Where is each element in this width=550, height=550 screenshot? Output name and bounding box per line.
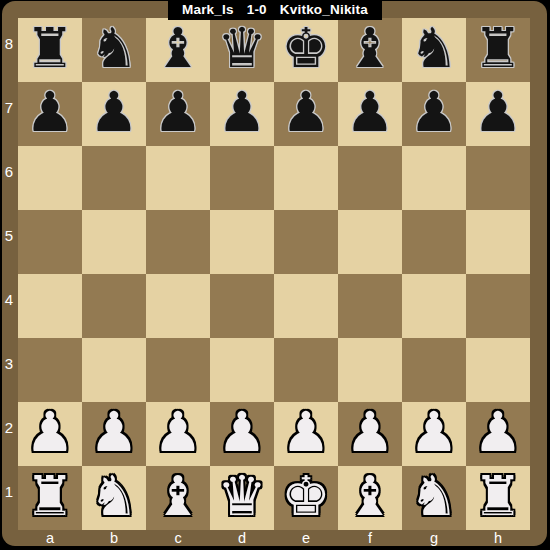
file-label-e: e [274,529,338,546]
black-rook-piece[interactable]: ♜ [473,21,522,76]
square-d5[interactable] [210,210,274,274]
file-label-d: d [210,529,274,546]
white-pawn-piece[interactable]: ♟ [409,405,458,460]
square-f2[interactable]: ♟ [338,402,402,466]
square-g5[interactable] [402,210,466,274]
square-c5[interactable] [146,210,210,274]
white-pawn-piece[interactable]: ♟ [153,405,202,460]
black-king-piece[interactable]: ♚ [281,21,330,76]
file-labels: abcdefgh [18,529,530,546]
square-c8[interactable]: ♝ [146,18,210,82]
black-player-name: Kvitko_Nikita [280,2,368,17]
square-g7[interactable]: ♟ [402,82,466,146]
white-knight-piece[interactable]: ♞ [89,469,138,524]
white-pawn-piece[interactable]: ♟ [281,405,330,460]
square-d8[interactable]: ♛ [210,18,274,82]
square-h8[interactable]: ♜ [466,18,530,82]
square-f5[interactable] [338,210,402,274]
rank-label-6: 6 [0,146,18,210]
square-e2[interactable]: ♟ [274,402,338,466]
black-pawn-piece[interactable]: ♟ [345,85,394,140]
square-c3[interactable] [146,338,210,402]
black-pawn-piece[interactable]: ♟ [153,85,202,140]
square-g8[interactable]: ♞ [402,18,466,82]
square-b1[interactable]: ♞ [82,466,146,530]
file-label-b: b [82,529,146,546]
square-e6[interactable] [274,146,338,210]
square-d3[interactable] [210,338,274,402]
square-b4[interactable] [82,274,146,338]
square-h7[interactable]: ♟ [466,82,530,146]
white-pawn-piece[interactable]: ♟ [89,405,138,460]
square-h2[interactable]: ♟ [466,402,530,466]
square-g3[interactable] [402,338,466,402]
square-d1[interactable]: ♛ [210,466,274,530]
square-b8[interactable]: ♞ [82,18,146,82]
square-f8[interactable]: ♝ [338,18,402,82]
square-h6[interactable] [466,146,530,210]
square-e4[interactable] [274,274,338,338]
black-pawn-piece[interactable]: ♟ [25,85,74,140]
square-b2[interactable]: ♟ [82,402,146,466]
game-result: 1-0 [247,2,267,17]
square-e7[interactable]: ♟ [274,82,338,146]
black-pawn-piece[interactable]: ♟ [217,85,266,140]
square-b6[interactable] [82,146,146,210]
white-pawn-piece[interactable]: ♟ [217,405,266,460]
square-f1[interactable]: ♝ [338,466,402,530]
square-b7[interactable]: ♟ [82,82,146,146]
white-bishop-piece[interactable]: ♝ [153,469,202,524]
rank-label-1: 1 [0,466,18,530]
square-c4[interactable] [146,274,210,338]
black-bishop-piece[interactable]: ♝ [345,21,394,76]
black-rook-piece[interactable]: ♜ [25,21,74,76]
black-knight-piece[interactable]: ♞ [409,21,458,76]
white-queen-piece[interactable]: ♛ [217,469,266,524]
square-d4[interactable] [210,274,274,338]
white-pawn-piece[interactable]: ♟ [473,405,522,460]
white-player-name: Mark_Is [182,2,234,17]
rank-label-2: 2 [0,402,18,466]
chess-app-window: Mark_Is 1-0 Kvitko_Nikita 87654321 ♜♞♝♛♚… [0,0,550,550]
square-h3[interactable] [466,338,530,402]
square-h1[interactable]: ♜ [466,466,530,530]
rank-label-7: 7 [0,82,18,146]
black-bishop-piece[interactable]: ♝ [153,21,202,76]
square-f4[interactable] [338,274,402,338]
square-e1[interactable]: ♚ [274,466,338,530]
file-label-h: h [466,529,530,546]
white-pawn-piece[interactable]: ♟ [25,405,74,460]
rank-labels: 87654321 [0,18,18,530]
file-label-g: g [402,529,466,546]
square-b3[interactable] [82,338,146,402]
rank-label-4: 4 [0,274,18,338]
square-f3[interactable] [338,338,402,402]
rank-label-8: 8 [0,18,18,82]
square-c1[interactable]: ♝ [146,466,210,530]
square-c6[interactable] [146,146,210,210]
white-knight-piece[interactable]: ♞ [409,469,458,524]
file-label-c: c [146,529,210,546]
square-d7[interactable]: ♟ [210,82,274,146]
square-f6[interactable] [338,146,402,210]
white-king-piece[interactable]: ♚ [281,469,330,524]
black-knight-piece[interactable]: ♞ [89,21,138,76]
white-bishop-piece[interactable]: ♝ [345,469,394,524]
white-rook-piece[interactable]: ♜ [473,469,522,524]
square-a1[interactable]: ♜ [18,466,82,530]
square-e5[interactable] [274,210,338,274]
square-a5[interactable] [18,210,82,274]
square-a8[interactable]: ♜ [18,18,82,82]
chess-board[interactable]: ♜♞♝♛♚♝♞♜♟♟♟♟♟♟♟♟♟♟♟♟♟♟♟♟♜♞♝♛♚♝♞♜ [18,18,530,530]
square-h5[interactable] [466,210,530,274]
file-label-a: a [18,529,82,546]
square-a7[interactable]: ♟ [18,82,82,146]
square-g1[interactable]: ♞ [402,466,466,530]
square-a6[interactable] [18,146,82,210]
square-g4[interactable] [402,274,466,338]
rank-label-3: 3 [0,338,18,402]
square-c7[interactable]: ♟ [146,82,210,146]
square-f7[interactable]: ♟ [338,82,402,146]
square-a2[interactable]: ♟ [18,402,82,466]
black-pawn-piece[interactable]: ♟ [89,85,138,140]
square-h4[interactable] [466,274,530,338]
square-c2[interactable]: ♟ [146,402,210,466]
square-d2[interactable]: ♟ [210,402,274,466]
square-e8[interactable]: ♚ [274,18,338,82]
white-pawn-piece[interactable]: ♟ [345,405,394,460]
white-rook-piece[interactable]: ♜ [25,469,74,524]
game-header: Mark_Is 1-0 Kvitko_Nikita [0,0,550,20]
square-g6[interactable] [402,146,466,210]
rank-label-5: 5 [0,210,18,274]
black-queen-piece[interactable]: ♛ [217,21,266,76]
black-pawn-piece[interactable]: ♟ [473,85,522,140]
square-b5[interactable] [82,210,146,274]
square-d6[interactable] [210,146,274,210]
file-label-f: f [338,529,402,546]
game-header-bar: Mark_Is 1-0 Kvitko_Nikita [168,0,382,20]
square-a4[interactable] [18,274,82,338]
square-g2[interactable]: ♟ [402,402,466,466]
black-pawn-piece[interactable]: ♟ [281,85,330,140]
black-pawn-piece[interactable]: ♟ [409,85,458,140]
square-e3[interactable] [274,338,338,402]
square-a3[interactable] [18,338,82,402]
